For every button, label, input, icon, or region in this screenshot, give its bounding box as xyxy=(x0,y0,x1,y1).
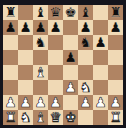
piece-black-knight[interactable]: ♞ xyxy=(79,35,91,50)
square-f3[interactable]: ♞ xyxy=(78,80,93,95)
square-e1[interactable]: ♚ xyxy=(63,110,78,125)
square-c2[interactable]: ♟ xyxy=(33,95,48,110)
piece-white-bishop[interactable]: ♝ xyxy=(34,110,46,125)
square-e2[interactable] xyxy=(63,95,78,110)
square-c4[interactable]: ♝ xyxy=(33,65,48,80)
piece-black-queen[interactable]: ♛ xyxy=(49,5,61,20)
square-g3[interactable] xyxy=(93,80,108,95)
square-f4[interactable] xyxy=(78,65,93,80)
piece-black-pawn[interactable]: ♟ xyxy=(64,50,76,65)
square-g6[interactable]: ♟ xyxy=(93,35,108,50)
square-f8[interactable]: ♝ xyxy=(78,5,93,20)
piece-black-rook[interactable]: ♜ xyxy=(4,5,16,20)
piece-black-rook[interactable]: ♜ xyxy=(109,5,121,20)
square-f6[interactable]: ♞ xyxy=(78,35,93,50)
piece-black-king[interactable]: ♚ xyxy=(64,5,76,20)
square-e7[interactable] xyxy=(63,20,78,35)
square-h2[interactable]: ♟ xyxy=(108,95,123,110)
piece-black-bishop[interactable]: ♝ xyxy=(34,5,46,20)
square-g4[interactable] xyxy=(93,65,108,80)
square-b6[interactable] xyxy=(18,35,33,50)
square-e8[interactable]: ♚ xyxy=(63,5,78,20)
square-c6[interactable]: ♞ xyxy=(33,35,48,50)
square-h8[interactable]: ♜ xyxy=(108,5,123,20)
square-b8[interactable] xyxy=(18,5,33,20)
square-g2[interactable]: ♟ xyxy=(93,95,108,110)
square-a7[interactable]: ♟ xyxy=(3,20,18,35)
square-d6[interactable] xyxy=(48,35,63,50)
piece-white-pawn[interactable]: ♟ xyxy=(34,95,46,110)
square-h1[interactable]: ♜ xyxy=(108,110,123,125)
square-c8[interactable]: ♝ xyxy=(33,5,48,20)
square-a4[interactable] xyxy=(3,65,18,80)
piece-black-pawn[interactable]: ♟ xyxy=(34,20,46,35)
square-b5[interactable] xyxy=(18,50,33,65)
piece-white-pawn[interactable]: ♟ xyxy=(94,95,106,110)
square-d1[interactable]: ♛ xyxy=(48,110,63,125)
square-f1[interactable] xyxy=(78,110,93,125)
square-h6[interactable] xyxy=(108,35,123,50)
square-d4[interactable] xyxy=(48,65,63,80)
piece-black-pawn[interactable]: ♟ xyxy=(19,20,31,35)
square-h7[interactable]: ♟ xyxy=(108,20,123,35)
square-a3[interactable] xyxy=(3,80,18,95)
piece-black-bishop[interactable]: ♝ xyxy=(79,5,91,20)
square-h3[interactable] xyxy=(108,80,123,95)
square-b3[interactable] xyxy=(18,80,33,95)
square-a8[interactable]: ♜ xyxy=(3,5,18,20)
square-f2[interactable]: ♟ xyxy=(78,95,93,110)
piece-black-pawn[interactable]: ♟ xyxy=(94,35,106,50)
square-a5[interactable] xyxy=(3,50,18,65)
square-d2[interactable]: ♟ xyxy=(48,95,63,110)
square-g5[interactable] xyxy=(93,50,108,65)
square-c1[interactable]: ♝ xyxy=(33,110,48,125)
piece-white-rook[interactable]: ♜ xyxy=(4,110,16,125)
piece-white-pawn[interactable]: ♟ xyxy=(109,95,121,110)
square-a6[interactable] xyxy=(3,35,18,50)
square-c5[interactable] xyxy=(33,50,48,65)
piece-black-pawn[interactable]: ♟ xyxy=(109,20,121,35)
square-e6[interactable] xyxy=(63,35,78,50)
piece-black-pawn[interactable]: ♟ xyxy=(4,20,16,35)
piece-white-king[interactable]: ♚ xyxy=(64,110,76,125)
square-a1[interactable]: ♜ xyxy=(3,110,18,125)
square-d5[interactable] xyxy=(48,50,63,65)
square-g8[interactable] xyxy=(93,5,108,20)
square-d8[interactable]: ♛ xyxy=(48,5,63,20)
piece-white-pawn[interactable]: ♟ xyxy=(4,95,16,110)
square-b2[interactable]: ♟ xyxy=(18,95,33,110)
square-b4[interactable] xyxy=(18,65,33,80)
square-e5[interactable]: ♟ xyxy=(63,50,78,65)
piece-white-pawn[interactable]: ♟ xyxy=(19,95,31,110)
piece-white-rook[interactable]: ♜ xyxy=(109,110,121,125)
piece-white-bishop[interactable]: ♝ xyxy=(34,65,46,80)
piece-white-queen[interactable]: ♛ xyxy=(49,110,61,125)
square-f7[interactable]: ♟ xyxy=(78,20,93,35)
square-c7[interactable]: ♟ xyxy=(33,20,48,35)
square-g7[interactable] xyxy=(93,20,108,35)
square-d3[interactable] xyxy=(48,80,63,95)
piece-white-knight[interactable]: ♞ xyxy=(79,80,91,95)
square-e3[interactable]: ♟ xyxy=(63,80,78,95)
square-h4[interactable] xyxy=(108,65,123,80)
piece-white-pawn[interactable]: ♟ xyxy=(49,95,61,110)
piece-white-pawn[interactable]: ♟ xyxy=(64,80,76,95)
chess-board: ♜♝♛♚♝♜♟♟♟♟♟♟♞♞♟♟♝♟♞♟♟♟♟♟♟♟♜♞♝♛♚♜ xyxy=(3,5,123,125)
piece-black-knight[interactable]: ♞ xyxy=(34,35,46,50)
square-c3[interactable] xyxy=(33,80,48,95)
square-f5[interactable] xyxy=(78,50,93,65)
piece-white-knight[interactable]: ♞ xyxy=(19,110,31,125)
square-g1[interactable] xyxy=(93,110,108,125)
piece-black-pawn[interactable]: ♟ xyxy=(79,20,91,35)
square-d7[interactable]: ♟ xyxy=(48,20,63,35)
square-e4[interactable] xyxy=(63,65,78,80)
piece-white-pawn[interactable]: ♟ xyxy=(79,95,91,110)
square-h5[interactable] xyxy=(108,50,123,65)
square-b7[interactable]: ♟ xyxy=(18,20,33,35)
square-a2[interactable]: ♟ xyxy=(3,95,18,110)
piece-black-pawn[interactable]: ♟ xyxy=(49,20,61,35)
square-b1[interactable]: ♞ xyxy=(18,110,33,125)
